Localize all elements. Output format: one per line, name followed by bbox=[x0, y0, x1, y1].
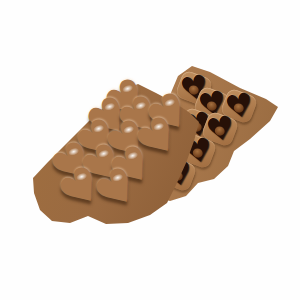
front-mold bbox=[0, 0, 300, 300]
product-photo-scene: ♥♥♥♥♥♥♥ ♥♥♥♥♥♥♥♥♥♥♥♥ bbox=[0, 0, 300, 300]
